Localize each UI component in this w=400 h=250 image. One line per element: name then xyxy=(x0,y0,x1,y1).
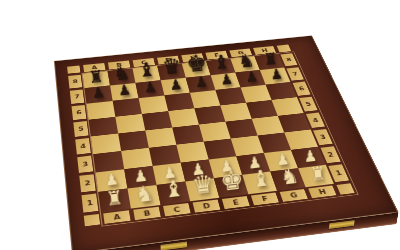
white-knight-g1[interactable]: ♞ xyxy=(279,165,299,188)
square-c1[interactable]: ♝ xyxy=(157,182,191,205)
photo-scene: ABCDEFGH8♜♞♝♛♚♝♞♜87♟♟♟♟♟♟♟♟7665544332♟♟♟… xyxy=(0,0,400,250)
white-rook-a1[interactable]: ♜ xyxy=(105,188,124,210)
board-grid: ABCDEFGH8♜♞♝♛♚♝♞♜87♟♟♟♟♟♟♟♟7665544332♟♟♟… xyxy=(65,42,384,244)
rank-label-4: 4 xyxy=(73,137,93,157)
file-label-B: B xyxy=(131,205,164,222)
file-label-F: F xyxy=(248,191,281,208)
white-knight-b1[interactable]: ♞ xyxy=(134,182,155,206)
black-pawn-h7[interactable]: ♟ xyxy=(270,67,283,82)
black-king-e8[interactable]: ♚ xyxy=(185,51,207,76)
black-pawn-b7[interactable]: ♟ xyxy=(118,83,132,98)
black-queen-d8[interactable]: ♛ xyxy=(161,55,182,78)
brass-latch-right xyxy=(328,220,354,229)
square-a7[interactable]: ♟ xyxy=(84,86,112,104)
white-bishop-c1[interactable]: ♝ xyxy=(163,177,185,202)
file-label-E: E xyxy=(219,194,252,211)
file-label-C: C xyxy=(161,201,194,218)
square-a4[interactable] xyxy=(91,133,121,154)
file-label-A: A xyxy=(101,209,133,226)
black-pawn-a7[interactable]: ♟ xyxy=(92,86,106,102)
rank-label-5: 5 xyxy=(297,95,320,113)
black-pawn-f7[interactable]: ♟ xyxy=(220,72,234,87)
rank-label-3: 3 xyxy=(311,128,336,147)
white-bishop-f1[interactable]: ♝ xyxy=(250,167,272,192)
square-a1[interactable]: ♜ xyxy=(98,188,131,212)
white-queen-d1[interactable]: ♛ xyxy=(191,171,215,198)
corner-inlay xyxy=(81,212,102,228)
rank-label-6: 6 xyxy=(70,104,89,122)
black-pawn-c7[interactable]: ♟ xyxy=(143,80,157,95)
square-c6[interactable] xyxy=(139,95,169,114)
rank-label-3: 3 xyxy=(75,154,96,175)
corner-inlay xyxy=(334,182,358,197)
square-c5[interactable] xyxy=(142,111,172,130)
file-label-D: D xyxy=(190,198,223,215)
brass-latch-left xyxy=(160,242,186,250)
white-rook-h1[interactable]: ♜ xyxy=(309,164,327,185)
black-pawn-d7[interactable]: ♟ xyxy=(169,78,183,93)
rank-label-2: 2 xyxy=(77,173,98,195)
rank-label-5: 5 xyxy=(71,120,91,139)
square-e5[interactable] xyxy=(194,105,225,124)
white-king-e1[interactable]: ♚ xyxy=(219,166,245,195)
chess-board: ABCDEFGH8♜♞♝♛♚♝♞♜87♟♟♟♟♟♟♟♟7665544332♟♟♟… xyxy=(54,35,399,250)
square-b6[interactable] xyxy=(113,98,142,117)
rank-label-1: 1 xyxy=(79,192,101,215)
black-pawn-e7[interactable]: ♟ xyxy=(195,75,209,90)
black-pawn-g7[interactable]: ♟ xyxy=(245,70,258,85)
